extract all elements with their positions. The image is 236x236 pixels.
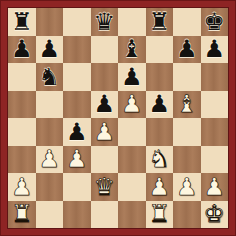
square-g1[interactable] [173, 201, 201, 229]
square-a8[interactable]: ♜ [8, 8, 36, 36]
piece-black-king[interactable]: ♚ [203, 10, 225, 34]
square-d1[interactable] [91, 201, 119, 229]
piece-white-rook[interactable]: ♜ [11, 202, 33, 226]
piece-white-king[interactable]: ♚ [203, 202, 225, 226]
piece-white-pawn[interactable]: ♟ [148, 175, 170, 199]
piece-white-queen[interactable]: ♛ [93, 175, 115, 199]
square-c2[interactable] [63, 173, 91, 201]
square-b3[interactable]: ♟ [36, 146, 64, 174]
square-g8[interactable] [173, 8, 201, 36]
square-a4[interactable] [8, 118, 36, 146]
square-b6[interactable]: ♞ [36, 63, 64, 91]
square-f8[interactable]: ♜ [146, 8, 174, 36]
square-b7[interactable]: ♟ [36, 36, 64, 64]
piece-black-rook[interactable]: ♜ [148, 10, 170, 34]
square-b8[interactable] [36, 8, 64, 36]
square-c4[interactable]: ♟ [63, 118, 91, 146]
square-b5[interactable] [36, 91, 64, 119]
square-h1[interactable]: ♚ [201, 201, 229, 229]
square-d7[interactable] [91, 36, 119, 64]
square-c5[interactable] [63, 91, 91, 119]
piece-white-bishop[interactable]: ♝ [176, 92, 198, 116]
square-f2[interactable]: ♟ [146, 173, 174, 201]
square-d6[interactable] [91, 63, 119, 91]
square-f7[interactable] [146, 36, 174, 64]
square-b1[interactable] [36, 201, 64, 229]
square-h4[interactable] [201, 118, 229, 146]
square-g7[interactable]: ♟ [173, 36, 201, 64]
piece-white-pawn[interactable]: ♟ [93, 120, 115, 144]
square-b4[interactable] [36, 118, 64, 146]
piece-white-knight[interactable]: ♞ [148, 147, 170, 171]
square-a5[interactable] [8, 91, 36, 119]
piece-white-pawn[interactable]: ♟ [121, 92, 143, 116]
piece-white-rook[interactable]: ♜ [148, 202, 170, 226]
piece-white-pawn[interactable]: ♟ [11, 175, 33, 199]
square-a3[interactable] [8, 146, 36, 174]
square-c1[interactable] [63, 201, 91, 229]
piece-black-pawn[interactable]: ♟ [203, 37, 225, 61]
square-e8[interactable] [118, 8, 146, 36]
piece-black-bishop[interactable]: ♝ [121, 37, 143, 61]
piece-black-pawn[interactable]: ♟ [38, 37, 60, 61]
square-a7[interactable]: ♟ [8, 36, 36, 64]
square-h6[interactable] [201, 63, 229, 91]
square-h7[interactable]: ♟ [201, 36, 229, 64]
square-a6[interactable] [8, 63, 36, 91]
square-d8[interactable]: ♛ [91, 8, 119, 36]
square-g5[interactable]: ♝ [173, 91, 201, 119]
square-a1[interactable]: ♜ [8, 201, 36, 229]
piece-white-pawn[interactable]: ♟ [176, 175, 198, 199]
square-f3[interactable]: ♞ [146, 146, 174, 174]
square-g4[interactable] [173, 118, 201, 146]
square-d2[interactable]: ♛ [91, 173, 119, 201]
square-g6[interactable] [173, 63, 201, 91]
square-c3[interactable]: ♟ [63, 146, 91, 174]
board-frame: ♜♛♜♚♟♟♝♟♟♞♟♟♟♟♝♟♟♟♟♞♟♛♟♟♟♜♜♚ [0, 0, 236, 236]
square-g2[interactable]: ♟ [173, 173, 201, 201]
piece-black-pawn[interactable]: ♟ [66, 120, 88, 144]
piece-black-pawn[interactable]: ♟ [148, 92, 170, 116]
square-f6[interactable] [146, 63, 174, 91]
square-h5[interactable] [201, 91, 229, 119]
square-e7[interactable]: ♝ [118, 36, 146, 64]
square-d4[interactable]: ♟ [91, 118, 119, 146]
square-d3[interactable] [91, 146, 119, 174]
square-f4[interactable] [146, 118, 174, 146]
piece-white-pawn[interactable]: ♟ [38, 147, 60, 171]
square-c7[interactable] [63, 36, 91, 64]
square-h8[interactable]: ♚ [201, 8, 229, 36]
piece-white-pawn[interactable]: ♟ [203, 175, 225, 199]
square-e5[interactable]: ♟ [118, 91, 146, 119]
square-h3[interactable] [201, 146, 229, 174]
square-b2[interactable] [36, 173, 64, 201]
square-e6[interactable]: ♟ [118, 63, 146, 91]
piece-black-pawn[interactable]: ♟ [176, 37, 198, 61]
piece-black-pawn[interactable]: ♟ [11, 37, 33, 61]
square-e2[interactable] [118, 173, 146, 201]
square-h2[interactable]: ♟ [201, 173, 229, 201]
square-f1[interactable]: ♜ [146, 201, 174, 229]
piece-black-pawn[interactable]: ♟ [121, 65, 143, 89]
piece-black-pawn[interactable]: ♟ [93, 92, 115, 116]
piece-white-pawn[interactable]: ♟ [66, 147, 88, 171]
square-e1[interactable] [118, 201, 146, 229]
piece-black-queen[interactable]: ♛ [93, 10, 115, 34]
square-c6[interactable] [63, 63, 91, 91]
piece-black-rook[interactable]: ♜ [11, 10, 33, 34]
square-c8[interactable] [63, 8, 91, 36]
square-a2[interactable]: ♟ [8, 173, 36, 201]
square-g3[interactable] [173, 146, 201, 174]
chess-board: ♜♛♜♚♟♟♝♟♟♞♟♟♟♟♝♟♟♟♟♞♟♛♟♟♟♜♜♚ [8, 8, 228, 228]
square-e3[interactable] [118, 146, 146, 174]
square-f5[interactable]: ♟ [146, 91, 174, 119]
piece-black-knight[interactable]: ♞ [38, 65, 60, 89]
square-e4[interactable] [118, 118, 146, 146]
square-d5[interactable]: ♟ [91, 91, 119, 119]
